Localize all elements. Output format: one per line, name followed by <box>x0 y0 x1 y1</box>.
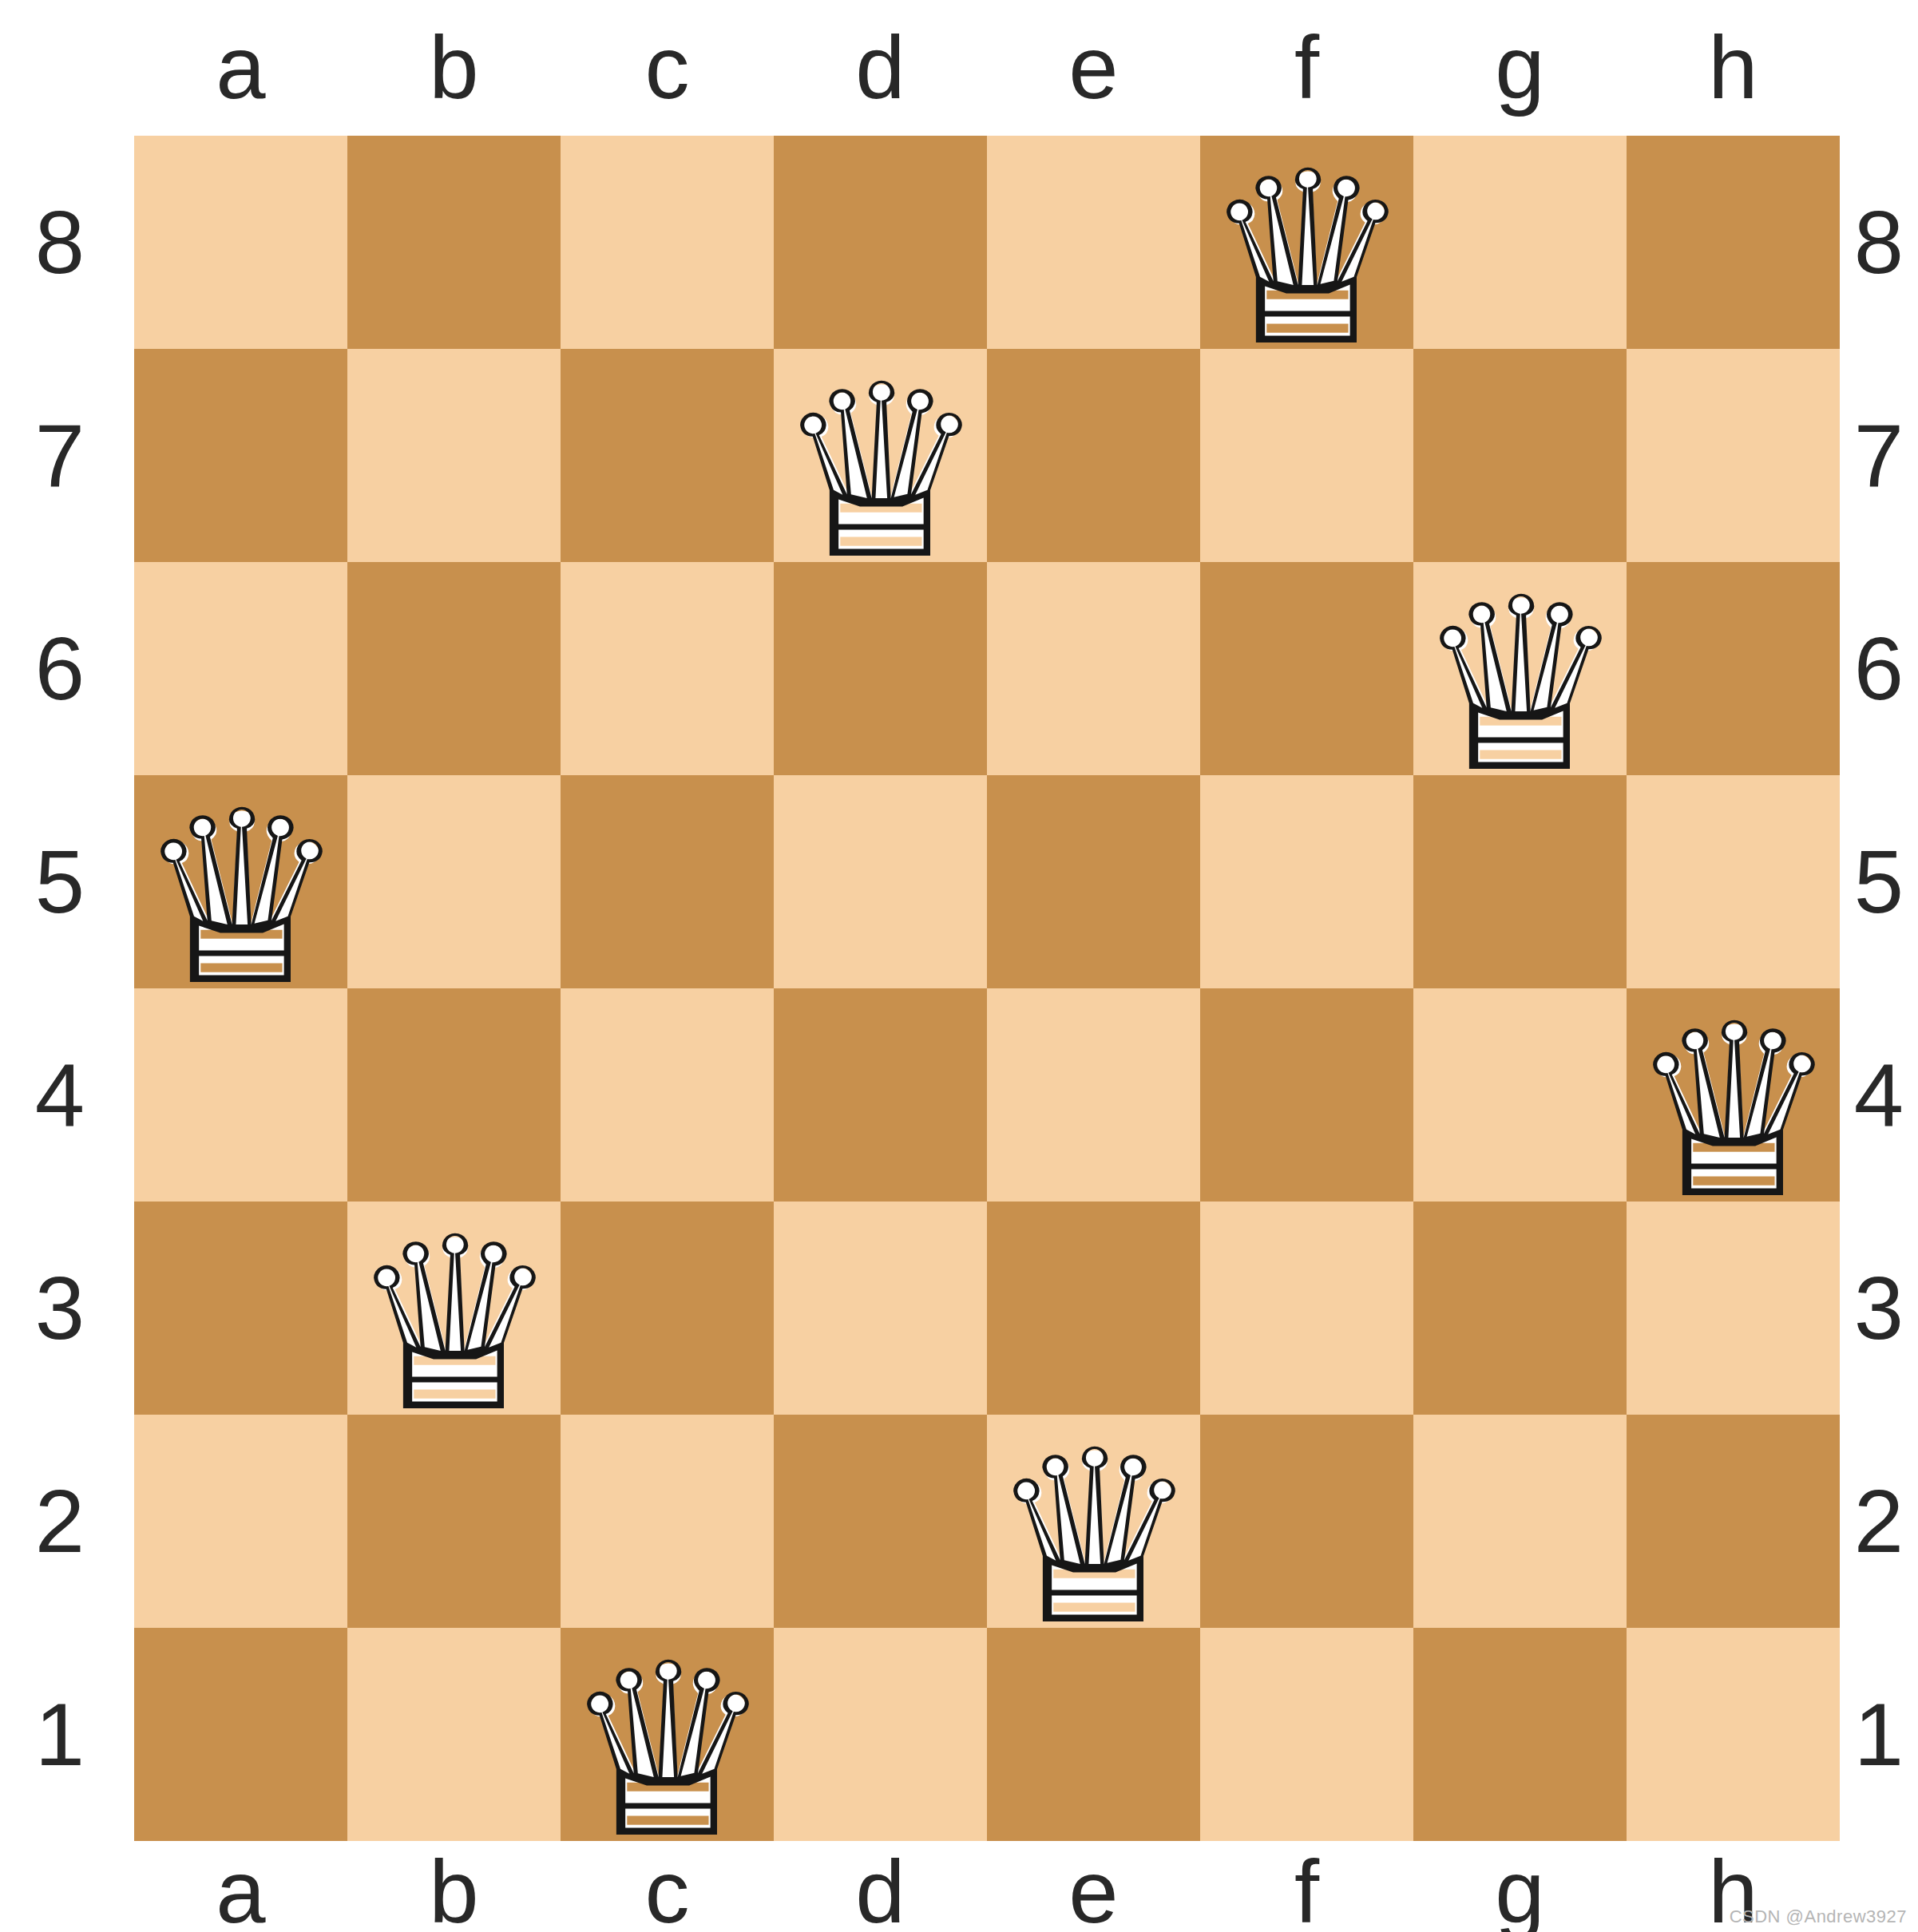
white-queen-icon: ♕ <box>561 1633 775 1872</box>
square-a5: ♛♕ <box>134 775 347 988</box>
square-e2: ♛♕ <box>987 1415 1200 1628</box>
rank-label-right-8: 8 <box>1840 136 1918 349</box>
file-label-bottom-c: c <box>561 1841 774 1932</box>
file-label-bottom-a: a <box>134 1841 347 1932</box>
rank-label-left-1: 1 <box>0 1628 120 1841</box>
white-queen-d7: ♛♕ <box>774 349 987 562</box>
rank-label-left-6: 6 <box>0 562 120 775</box>
square-f1 <box>1200 1628 1413 1841</box>
square-b3: ♛♕ <box>347 1202 561 1415</box>
rank-label-left-2: 2 <box>0 1415 120 1628</box>
square-b8 <box>347 136 561 349</box>
chess-diagram: abcdefgh 87654321 ♛♕♛♕♛♕♛♕♛♕♛♕♛♕♛♕ 87654… <box>0 0 1918 1932</box>
square-h4: ♛♕ <box>1627 988 1840 1202</box>
square-c3 <box>561 1202 774 1415</box>
square-h1 <box>1627 1628 1840 1841</box>
board: ♛♕♛♕♛♕♛♕♛♕♛♕♛♕♛♕ <box>134 136 1840 1841</box>
square-b7 <box>347 349 561 562</box>
file-label-bottom-g: g <box>1413 1841 1627 1932</box>
square-d2 <box>774 1415 987 1628</box>
square-a6 <box>134 562 347 775</box>
rank-label-left-4: 4 <box>0 988 120 1202</box>
file-label-top-b: b <box>347 0 561 136</box>
square-b6 <box>347 562 561 775</box>
white-queen-h4: ♛♕ <box>1627 988 1840 1202</box>
square-h3 <box>1627 1202 1840 1415</box>
square-a7 <box>134 349 347 562</box>
square-g3 <box>1413 1202 1627 1415</box>
white-queen-icon: ♕ <box>1413 567 1628 806</box>
file-label-top-e: e <box>987 0 1200 136</box>
white-queen-icon: ♕ <box>774 354 989 593</box>
square-d1 <box>774 1628 987 1841</box>
file-label-bottom-d: d <box>774 1841 987 1932</box>
rank-label-left-5: 5 <box>0 775 120 988</box>
rank-label-right-3: 3 <box>1840 1202 1918 1415</box>
square-g6: ♛♕ <box>1413 562 1627 775</box>
square-f2 <box>1200 1415 1413 1628</box>
white-queen-icon: ♕ <box>987 1419 1202 1659</box>
square-e1 <box>987 1628 1200 1841</box>
square-h5 <box>1627 775 1840 988</box>
square-c8 <box>561 136 774 349</box>
white-queen-g6: ♛♕ <box>1413 562 1627 775</box>
square-c2 <box>561 1415 774 1628</box>
square-b5 <box>347 775 561 988</box>
square-d5 <box>774 775 987 988</box>
file-label-top-h: h <box>1627 0 1840 136</box>
file-label-top-g: g <box>1413 0 1627 136</box>
rank-label-left-3: 3 <box>0 1202 120 1415</box>
square-a3 <box>134 1202 347 1415</box>
square-g2 <box>1413 1415 1627 1628</box>
square-c1: ♛♕ <box>561 1628 774 1841</box>
watermark: CSDN @Andrew3927 <box>1730 1906 1907 1927</box>
square-e4 <box>987 988 1200 1202</box>
white-queen-e2: ♛♕ <box>987 1415 1200 1628</box>
file-label-bottom-e: e <box>987 1841 1200 1932</box>
file-label-top-a: a <box>134 0 347 136</box>
square-e6 <box>987 562 1200 775</box>
rank-labels-right: 87654321 <box>1840 136 1918 1841</box>
file-label-top-c: c <box>561 0 774 136</box>
rank-label-right-5: 5 <box>1840 775 1918 988</box>
square-e7 <box>987 349 1200 562</box>
square-f7 <box>1200 349 1413 562</box>
rank-label-right-4: 4 <box>1840 988 1918 1202</box>
square-f6 <box>1200 562 1413 775</box>
file-label-bottom-f: f <box>1200 1841 1413 1932</box>
square-h2 <box>1627 1415 1840 1628</box>
rank-label-right-1: 1 <box>1840 1628 1918 1841</box>
square-e5 <box>987 775 1200 988</box>
white-queen-icon: ♕ <box>1627 993 1841 1233</box>
square-f5 <box>1200 775 1413 988</box>
square-g4 <box>1413 988 1627 1202</box>
square-f8: ♛♕ <box>1200 136 1413 349</box>
square-b1 <box>347 1628 561 1841</box>
file-labels-top: abcdefgh <box>134 0 1840 136</box>
square-g7 <box>1413 349 1627 562</box>
rank-label-right-7: 7 <box>1840 349 1918 562</box>
square-f3 <box>1200 1202 1413 1415</box>
square-c7 <box>561 349 774 562</box>
square-a8 <box>134 136 347 349</box>
square-d4 <box>774 988 987 1202</box>
square-h6 <box>1627 562 1840 775</box>
square-d7: ♛♕ <box>774 349 987 562</box>
file-label-top-f: f <box>1200 0 1413 136</box>
file-labels-bottom: abcdefgh <box>134 1841 1840 1932</box>
square-h8 <box>1627 136 1840 349</box>
white-queen-f8: ♛♕ <box>1200 136 1413 349</box>
square-a1 <box>134 1628 347 1841</box>
rank-label-right-2: 2 <box>1840 1415 1918 1628</box>
white-queen-a5: ♛♕ <box>134 775 347 988</box>
square-c6 <box>561 562 774 775</box>
square-b2 <box>347 1415 561 1628</box>
square-e3 <box>987 1202 1200 1415</box>
rank-labels-left: 87654321 <box>0 136 120 1841</box>
square-c5 <box>561 775 774 988</box>
square-d8 <box>774 136 987 349</box>
square-a4 <box>134 988 347 1202</box>
square-c4 <box>561 988 774 1202</box>
square-e8 <box>987 136 1200 349</box>
file-label-bottom-b: b <box>347 1841 561 1932</box>
rank-label-right-6: 6 <box>1840 562 1918 775</box>
square-g5 <box>1413 775 1627 988</box>
white-queen-c1: ♛♕ <box>561 1628 774 1841</box>
square-d3 <box>774 1202 987 1415</box>
white-queen-icon: ♕ <box>134 780 349 1019</box>
rank-label-left-7: 7 <box>0 349 120 562</box>
square-g1 <box>1413 1628 1627 1841</box>
square-b4 <box>347 988 561 1202</box>
square-f4 <box>1200 988 1413 1202</box>
white-queen-icon: ♕ <box>347 1206 562 1446</box>
white-queen-b3: ♛♕ <box>347 1202 561 1415</box>
square-h7 <box>1627 349 1840 562</box>
rank-label-left-8: 8 <box>0 136 120 349</box>
square-d6 <box>774 562 987 775</box>
file-label-top-d: d <box>774 0 987 136</box>
white-queen-icon: ♕ <box>1200 141 1415 380</box>
square-a2 <box>134 1415 347 1628</box>
square-g8 <box>1413 136 1627 349</box>
